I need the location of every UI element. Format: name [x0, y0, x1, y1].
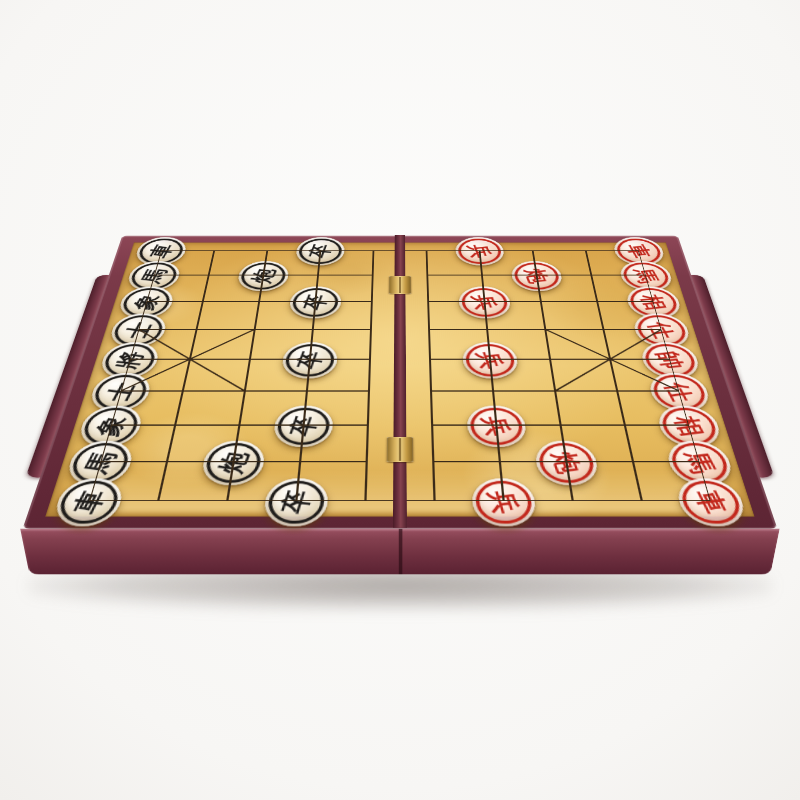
hinge-bottom-icon [387, 437, 414, 462]
piece-character: 兵 [470, 293, 499, 311]
piece-character: 卒 [301, 293, 330, 311]
photo-background: 車馬象士將士象馬車炮炮卒卒卒卒卒兵兵兵兵兵炮炮車馬相仕帥仕相馬車 [0, 0, 800, 800]
piece-character: 象 [131, 293, 163, 311]
piece-character: 兵 [466, 243, 494, 259]
piece-character: 卒 [306, 243, 334, 259]
piece-character: 車 [146, 243, 176, 259]
xiangqi-board: 車馬象士將士象馬車炮炮卒卒卒卒卒兵兵兵兵兵炮炮車馬相仕帥仕相馬車 [23, 236, 778, 529]
scene: 車馬象士將士象馬車炮炮卒卒卒卒卒兵兵兵兵兵炮炮車馬相仕帥仕相馬車 [0, 0, 800, 800]
piece-character: 炮 [249, 268, 278, 285]
board-front-edge [20, 529, 780, 575]
piece-character: 車 [624, 243, 654, 259]
piece-character: 馬 [139, 268, 170, 285]
piece-character: 炮 [522, 268, 551, 285]
piece-character: 士 [122, 321, 155, 340]
piece-character: 馬 [631, 268, 662, 285]
piece-character: 仕 [645, 321, 678, 340]
piece-character: 相 [638, 293, 670, 311]
